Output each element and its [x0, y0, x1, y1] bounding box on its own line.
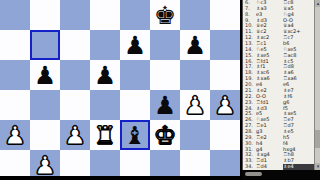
square-h6[interactable]	[210, 60, 240, 90]
white-pawn-h5: ♟	[210, 90, 240, 120]
square-g6[interactable]	[180, 60, 210, 90]
bottom-bar-indicator	[245, 172, 262, 176]
square-f4[interactable]: ♚	[150, 120, 180, 150]
square-e3[interactable]	[120, 150, 150, 176]
square-b5[interactable]	[30, 90, 60, 120]
square-b4[interactable]	[30, 120, 60, 150]
square-f7[interactable]	[150, 30, 180, 60]
square-g3[interactable]	[180, 150, 210, 176]
square-c8[interactable]	[60, 0, 90, 30]
square-b7[interactable]	[30, 30, 60, 60]
square-a7[interactable]	[0, 30, 30, 60]
square-f8[interactable]: ♚	[150, 0, 180, 30]
square-g8[interactable]	[180, 0, 210, 30]
move-list-panel[interactable]: 6.♘c3♖c87.♗a3♕a58.e3♘g49.♗d3O-O10.♕e2♕a4…	[242, 0, 315, 170]
square-b3[interactable]: ♟	[30, 150, 60, 176]
square-c6[interactable]	[60, 60, 90, 90]
square-c5[interactable]	[60, 90, 90, 120]
square-a8[interactable]	[0, 0, 30, 30]
square-g5[interactable]: ♟	[180, 90, 210, 120]
square-a5[interactable]	[0, 90, 30, 120]
square-e8[interactable]	[120, 0, 150, 30]
square-h4[interactable]	[210, 120, 240, 150]
scroll-down-icon[interactable]: ▾	[315, 163, 320, 170]
square-c3[interactable]	[60, 150, 90, 176]
square-a4[interactable]: ♟	[0, 120, 30, 150]
square-d4[interactable]: ♜	[90, 120, 120, 150]
app-window: ♚♟♟♟♟♟♟♟♟♟♜♝♚♟ 6.♘c3♖c87.♗a3♕a58.e3♘g49.…	[0, 0, 320, 180]
square-h3[interactable]	[210, 150, 240, 176]
square-e4[interactable]: ♝	[120, 120, 150, 150]
square-g4[interactable]	[180, 120, 210, 150]
square-g7[interactable]: ♟	[180, 30, 210, 60]
square-f5[interactable]: ♟	[150, 90, 180, 120]
black-pawn-b6: ♟	[30, 60, 60, 90]
square-c4[interactable]: ♟	[60, 120, 90, 150]
move-list-scrollbar[interactable]: ▴ ▾	[314, 0, 320, 170]
square-d8[interactable]	[90, 0, 120, 30]
black-king-f8: ♚	[150, 0, 180, 30]
square-h7[interactable]	[210, 30, 240, 60]
white-king-f4: ♚	[150, 120, 180, 150]
square-e7[interactable]: ♟	[120, 30, 150, 60]
black-pawn-e7: ♟	[120, 30, 150, 60]
scrollbar-thumb[interactable]	[315, 130, 320, 148]
square-b8[interactable]	[30, 0, 60, 30]
square-c7[interactable]	[60, 30, 90, 60]
square-d6[interactable]: ♟	[90, 60, 120, 90]
square-d5[interactable]	[90, 90, 120, 120]
square-a6[interactable]	[0, 60, 30, 90]
chess-board: ♚♟♟♟♟♟♟♟♟♟♜♝♚♟	[0, 0, 240, 176]
black-pawn-g7: ♟	[180, 30, 210, 60]
white-rook-d4: ♜	[90, 120, 120, 150]
square-f3[interactable]	[150, 150, 180, 176]
white-pawn-b3: ♟	[30, 150, 60, 176]
white-pawn-c4: ♟	[60, 120, 90, 150]
black-pawn-f5: ♟	[150, 90, 180, 120]
square-a3[interactable]	[0, 150, 30, 176]
square-d7[interactable]	[90, 30, 120, 60]
white-pawn-a4: ♟	[0, 120, 30, 150]
square-e6[interactable]	[120, 60, 150, 90]
square-d3[interactable]	[90, 150, 120, 176]
square-f6[interactable]	[150, 60, 180, 90]
black-bishop-e4: ♝	[120, 120, 150, 150]
square-b6[interactable]: ♟	[30, 60, 60, 90]
scroll-up-icon[interactable]: ▴	[315, 0, 320, 7]
white-pawn-g5: ♟	[180, 90, 210, 120]
black-pawn-d6: ♟	[90, 60, 120, 90]
square-h8[interactable]	[210, 0, 240, 30]
square-e5[interactable]	[120, 90, 150, 120]
square-h5[interactable]: ♟	[210, 90, 240, 120]
